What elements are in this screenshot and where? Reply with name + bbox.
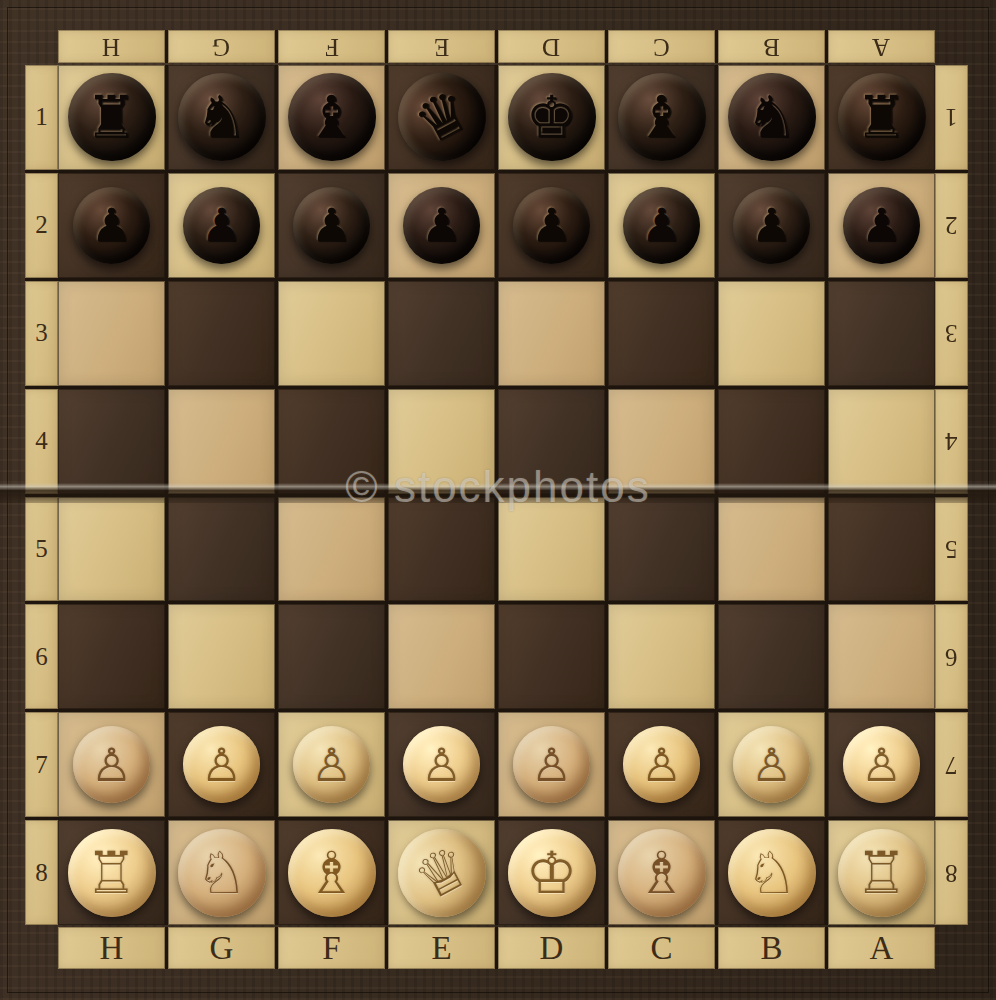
black-pawn-a2: ♟ [843, 187, 920, 264]
black-pawn-g2: ♟ [183, 187, 260, 264]
square-e6 [388, 604, 495, 709]
file-label-bottom-g: G [168, 927, 275, 969]
black-pawn-b2: ♟ [733, 187, 810, 264]
black-pawn-c2: ♟ [623, 187, 700, 264]
black-pawn-e2: ♟ [403, 187, 480, 264]
square-h4 [58, 389, 165, 494]
square-a6 [828, 604, 935, 709]
file-label-top-b: B [718, 30, 825, 63]
square-g4 [168, 389, 275, 494]
square-f4 [278, 389, 385, 494]
black-knight-g1: ♞ [178, 73, 266, 161]
black-king-d1: ♚ [508, 73, 596, 161]
chessboard-photo: HGFEDCBA 12345678 12345678 HGFEDCBA ♜♞♝♛… [0, 0, 996, 1000]
square-c1: ♝ [608, 65, 715, 170]
file-label-bottom-e: E [388, 927, 495, 969]
square-c5 [608, 497, 715, 602]
square-f7: ♙ [278, 712, 385, 817]
rank-label-left-6: 6 [25, 604, 58, 709]
black-pawn-h2: ♟ [73, 187, 150, 264]
square-e8: ♕ [388, 820, 495, 925]
square-g8: ♘ [168, 820, 275, 925]
black-queen-e1: ♛ [382, 58, 501, 177]
rank-labels-right: 12345678 [935, 65, 968, 925]
square-g7: ♙ [168, 712, 275, 817]
square-b5 [718, 497, 825, 602]
square-d3 [498, 281, 605, 386]
square-d6 [498, 604, 605, 709]
rank-label-left-1: 1 [25, 65, 58, 170]
white-pawn-f7: ♙ [293, 726, 370, 803]
square-h2: ♟ [58, 173, 165, 278]
square-c6 [608, 604, 715, 709]
rank-label-right-2: 2 [935, 173, 968, 278]
square-e3 [388, 281, 495, 386]
rank-label-right-7: 7 [935, 712, 968, 817]
rank-labels-left: 12345678 [25, 65, 58, 925]
square-h6 [58, 604, 165, 709]
black-rook-a1: ♜ [838, 73, 926, 161]
file-label-bottom-h: H [58, 927, 165, 969]
white-king-d8: ♔ [508, 829, 596, 917]
file-label-top-d: D [498, 30, 605, 63]
square-h1: ♜ [58, 65, 165, 170]
file-label-bottom-f: F [278, 927, 385, 969]
square-b3 [718, 281, 825, 386]
square-e2: ♟ [388, 173, 495, 278]
square-g5 [168, 497, 275, 602]
white-pawn-b7: ♙ [733, 726, 810, 803]
white-rook-a8: ♖ [838, 829, 926, 917]
file-label-top-c: C [608, 30, 715, 63]
file-label-top-f: F [278, 30, 385, 63]
square-c4 [608, 389, 715, 494]
rank-label-left-7: 7 [25, 712, 58, 817]
square-f5 [278, 497, 385, 602]
black-pawn-d2: ♟ [513, 187, 590, 264]
square-a5 [828, 497, 935, 602]
square-d7: ♙ [498, 712, 605, 817]
white-pawn-e7: ♙ [403, 726, 480, 803]
square-b7: ♙ [718, 712, 825, 817]
square-e5 [388, 497, 495, 602]
rank-label-left-4: 4 [25, 389, 58, 494]
file-label-top-g: G [168, 30, 275, 63]
rank-label-right-5: 5 [935, 497, 968, 602]
square-e1: ♛ [388, 65, 495, 170]
square-e7: ♙ [388, 712, 495, 817]
rank-label-right-1: 1 [935, 65, 968, 170]
white-pawn-g7: ♙ [183, 726, 260, 803]
square-e4 [388, 389, 495, 494]
white-pawn-h7: ♙ [73, 726, 150, 803]
square-b2: ♟ [718, 173, 825, 278]
white-queen-e8: ♕ [382, 813, 501, 932]
square-f3 [278, 281, 385, 386]
square-g2: ♟ [168, 173, 275, 278]
rank-label-right-8: 8 [935, 820, 968, 925]
square-h5 [58, 497, 165, 602]
black-rook-h1: ♜ [68, 73, 156, 161]
black-bishop-c1: ♝ [618, 73, 706, 161]
chess-board: ♜♞♝♛♚♝♞♜♟♟♟♟♟♟♟♟♙♙♙♙♙♙♙♙♖♘♗♕♔♗♘♖ [58, 65, 935, 925]
square-h8: ♖ [58, 820, 165, 925]
square-f6 [278, 604, 385, 709]
square-d2: ♟ [498, 173, 605, 278]
file-label-bottom-d: D [498, 927, 605, 969]
rank-label-right-4: 4 [935, 389, 968, 494]
file-labels-top: HGFEDCBA [58, 30, 935, 63]
white-bishop-c8: ♗ [618, 829, 706, 917]
white-rook-h8: ♖ [68, 829, 156, 917]
rank-label-left-3: 3 [25, 281, 58, 386]
file-label-bottom-a: A [828, 927, 935, 969]
white-knight-g8: ♘ [178, 829, 266, 917]
square-b1: ♞ [718, 65, 825, 170]
square-g6 [168, 604, 275, 709]
square-c3 [608, 281, 715, 386]
square-h7: ♙ [58, 712, 165, 817]
white-pawn-d7: ♙ [513, 726, 590, 803]
rank-label-left-5: 5 [25, 497, 58, 602]
square-b6 [718, 604, 825, 709]
file-label-top-a: A [828, 30, 935, 63]
rank-label-left-8: 8 [25, 820, 58, 925]
file-label-bottom-b: B [718, 927, 825, 969]
square-f2: ♟ [278, 173, 385, 278]
square-c8: ♗ [608, 820, 715, 925]
white-bishop-f8: ♗ [288, 829, 376, 917]
square-c2: ♟ [608, 173, 715, 278]
square-d4 [498, 389, 605, 494]
black-knight-b1: ♞ [728, 73, 816, 161]
square-g1: ♞ [168, 65, 275, 170]
square-a1: ♜ [828, 65, 935, 170]
square-b8: ♘ [718, 820, 825, 925]
white-knight-b8: ♘ [728, 829, 816, 917]
square-a4 [828, 389, 935, 494]
file-label-bottom-c: C [608, 927, 715, 969]
square-d8: ♔ [498, 820, 605, 925]
white-pawn-c7: ♙ [623, 726, 700, 803]
rank-label-right-3: 3 [935, 281, 968, 386]
square-g3 [168, 281, 275, 386]
square-f1: ♝ [278, 65, 385, 170]
square-d1: ♚ [498, 65, 605, 170]
square-h3 [58, 281, 165, 386]
file-labels-bottom: HGFEDCBA [58, 927, 935, 969]
black-pawn-f2: ♟ [293, 187, 370, 264]
square-b4 [718, 389, 825, 494]
black-bishop-f1: ♝ [288, 73, 376, 161]
rank-label-left-2: 2 [25, 173, 58, 278]
square-a8: ♖ [828, 820, 935, 925]
square-a3 [828, 281, 935, 386]
square-a7: ♙ [828, 712, 935, 817]
square-f8: ♗ [278, 820, 385, 925]
square-a2: ♟ [828, 173, 935, 278]
file-label-top-e: E [388, 30, 495, 63]
white-pawn-a7: ♙ [843, 726, 920, 803]
file-label-top-h: H [58, 30, 165, 63]
square-d5 [498, 497, 605, 602]
square-c7: ♙ [608, 712, 715, 817]
rank-label-right-6: 6 [935, 604, 968, 709]
